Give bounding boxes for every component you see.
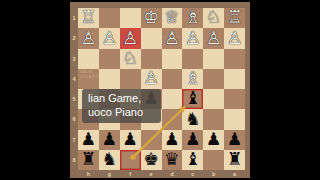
square-g8[interactable]: ♞: [99, 150, 120, 170]
piece-bP-d7: ♟: [164, 130, 180, 148]
opening-name-line1: lian Game,: [88, 92, 158, 106]
rank-label-8: 8: [70, 150, 78, 170]
piece-wP-b2: ♙: [206, 29, 222, 47]
piece-wP-e4: ♙: [143, 70, 159, 88]
square-f3[interactable]: ♘: [120, 49, 141, 69]
piece-wK-e1: ♔: [143, 9, 159, 27]
square-h2[interactable]: ♙: [78, 28, 99, 48]
square-g2[interactable]: ♙: [99, 28, 120, 48]
piece-bB-c5: ♝: [185, 90, 201, 108]
piece-bR-a8: ♜: [227, 151, 243, 169]
rank-label-1: 1: [70, 8, 78, 28]
piece-wP-a2: ♙: [227, 29, 243, 47]
file-label-a: a: [224, 170, 245, 178]
square-a2[interactable]: ♙: [224, 28, 245, 48]
watermark: MAGE DOLAPOS: [80, 69, 101, 79]
piece-wP-c2: ♙: [185, 29, 201, 47]
piece-wB-c4: ♗: [185, 70, 201, 88]
piece-bN-g8: ♞: [101, 151, 117, 169]
piece-wP-d2: ♙: [164, 29, 180, 47]
square-e4[interactable]: ♙: [141, 69, 162, 89]
square-g3[interactable]: [99, 49, 120, 69]
square-d6[interactable]: [162, 109, 183, 129]
piece-bP-b7: ♟: [206, 130, 222, 148]
square-f7[interactable]: ♟: [120, 130, 141, 150]
square-b1[interactable]: ♘: [203, 8, 224, 28]
square-e7[interactable]: [141, 130, 162, 150]
square-h1[interactable]: ♖: [78, 8, 99, 28]
square-d7[interactable]: ♟: [162, 130, 183, 150]
square-h7[interactable]: ♟: [78, 130, 99, 150]
square-a6[interactable]: [224, 109, 245, 129]
square-c4[interactable]: ♗: [182, 69, 203, 89]
square-b5[interactable]: [203, 89, 224, 109]
piece-bB-c8: ♝: [185, 151, 201, 169]
rank-labels: 12345678: [70, 8, 78, 170]
square-d1[interactable]: ♕: [162, 8, 183, 28]
square-b7[interactable]: ♟: [203, 130, 224, 150]
piece-wN-f3: ♘: [122, 49, 138, 67]
opening-name-line2: uoco Piano: [88, 106, 158, 120]
square-c8[interactable]: ♝: [182, 150, 203, 170]
square-a5[interactable]: [224, 89, 245, 109]
square-e2[interactable]: [141, 28, 162, 48]
square-h3[interactable]: [78, 49, 99, 69]
square-a1[interactable]: ♖: [224, 8, 245, 28]
video-frame: 12345678 hgfedcba ♖♔♕♗♘♖♙♙♙♙♙♙♙♘♙♗♟♝♞♟♟♟…: [0, 0, 320, 180]
square-d3[interactable]: [162, 49, 183, 69]
rank-label-4: 4: [70, 69, 78, 89]
rank-label-7: 7: [70, 130, 78, 150]
piece-bP-h7: ♟: [81, 130, 97, 148]
piece-wR-h1: ♖: [81, 9, 97, 27]
piece-bR-h8: ♜: [81, 151, 97, 169]
piece-bP-c7: ♟: [185, 130, 201, 148]
square-c3[interactable]: [182, 49, 203, 69]
square-h8[interactable]: ♜: [78, 150, 99, 170]
piece-wP-g2: ♙: [101, 29, 117, 47]
square-c1[interactable]: ♗: [182, 8, 203, 28]
piece-bK-e8: ♚: [143, 151, 159, 169]
square-b6[interactable]: [203, 109, 224, 129]
square-b3[interactable]: [203, 49, 224, 69]
piece-wP-h2: ♙: [81, 29, 97, 47]
rank-label-5: 5: [70, 89, 78, 109]
file-label-c: c: [182, 170, 203, 178]
square-d5[interactable]: [162, 89, 183, 109]
square-c5[interactable]: ♝: [182, 89, 203, 109]
square-f2[interactable]: ♙: [120, 28, 141, 48]
square-c7[interactable]: ♟: [182, 130, 203, 150]
piece-wP-f2: ♙: [122, 29, 138, 47]
watermark-line2: DOLAPOS: [80, 74, 101, 79]
square-a3[interactable]: [224, 49, 245, 69]
square-b4[interactable]: [203, 69, 224, 89]
file-label-h: h: [78, 170, 99, 178]
rank-label-2: 2: [70, 28, 78, 48]
square-d2[interactable]: ♙: [162, 28, 183, 48]
chess-board: 12345678 hgfedcba ♖♔♕♗♘♖♙♙♙♙♙♙♙♘♙♗♟♝♞♟♟♟…: [70, 2, 250, 178]
rank-label-3: 3: [70, 49, 78, 69]
square-g1[interactable]: [99, 8, 120, 28]
piece-bQ-d8: ♛: [164, 151, 180, 169]
square-g7[interactable]: ♟: [99, 130, 120, 150]
file-label-b: b: [203, 170, 224, 178]
piece-wQ-d1: ♕: [164, 9, 180, 27]
square-g4[interactable]: [99, 69, 120, 89]
file-label-f: f: [120, 170, 141, 178]
square-e1[interactable]: ♔: [141, 8, 162, 28]
square-e8[interactable]: ♚: [141, 150, 162, 170]
square-d4[interactable]: [162, 69, 183, 89]
square-f4[interactable]: [120, 69, 141, 89]
piece-wN-b1: ♘: [206, 9, 222, 27]
square-c2[interactable]: ♙: [182, 28, 203, 48]
square-f1[interactable]: [120, 8, 141, 28]
file-label-d: d: [162, 170, 183, 178]
square-c6[interactable]: ♞: [182, 109, 203, 129]
piece-wB-c1: ♗: [185, 9, 201, 27]
piece-bP-f7: ♟: [122, 130, 138, 148]
piece-wR-a1: ♖: [227, 9, 243, 27]
file-labels: hgfedcba: [78, 170, 245, 178]
piece-bP-a7: ♟: [227, 130, 243, 148]
piece-bN-c6: ♞: [185, 110, 201, 128]
square-e3[interactable]: [141, 49, 162, 69]
square-a4[interactable]: [224, 69, 245, 89]
square-f8[interactable]: [120, 150, 141, 170]
square-b8[interactable]: [203, 150, 224, 170]
square-b2[interactable]: ♙: [203, 28, 224, 48]
piece-bP-g7: ♟: [101, 130, 117, 148]
square-a8[interactable]: ♜: [224, 150, 245, 170]
rank-label-6: 6: [70, 109, 78, 129]
square-a7[interactable]: ♟: [224, 130, 245, 150]
opening-name-overlay: lian Game, uoco Piano: [82, 89, 161, 123]
file-label-g: g: [99, 170, 120, 178]
square-d8[interactable]: ♛: [162, 150, 183, 170]
file-label-e: e: [141, 170, 162, 178]
